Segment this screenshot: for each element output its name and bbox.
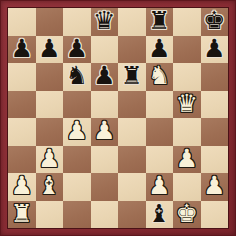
piece-white-pawn[interactable]: ♟ (11, 173, 33, 200)
square-a8[interactable] (8, 8, 36, 36)
square-d1[interactable] (91, 201, 119, 229)
square-b4[interactable] (36, 118, 64, 146)
square-g3[interactable]: ♟ (173, 146, 201, 174)
square-b8[interactable] (36, 8, 64, 36)
piece-white-pawn[interactable]: ♟ (66, 118, 88, 145)
board-frame: ♛♜♚♟♟♟♟♟♞♟♜♞♛♟♟♟♟♟♝♟♟♜♝♚ (0, 0, 236, 236)
square-e2[interactable] (118, 173, 146, 201)
piece-white-pawn[interactable]: ♟ (203, 173, 225, 200)
square-f2[interactable]: ♟ (146, 173, 174, 201)
square-d3[interactable] (91, 146, 119, 174)
square-f8[interactable]: ♜ (146, 8, 174, 36)
square-f1[interactable]: ♝ (146, 201, 174, 229)
piece-white-pawn[interactable]: ♟ (176, 146, 198, 173)
square-d7[interactable] (91, 36, 119, 64)
square-g4[interactable] (173, 118, 201, 146)
piece-black-king[interactable]: ♚ (203, 8, 225, 35)
square-h7[interactable]: ♟ (201, 36, 229, 64)
piece-white-rook[interactable]: ♜ (11, 201, 33, 228)
square-b6[interactable] (36, 63, 64, 91)
square-b2[interactable]: ♝ (36, 173, 64, 201)
square-b7[interactable]: ♟ (36, 36, 64, 64)
square-b1[interactable] (36, 201, 64, 229)
square-c7[interactable]: ♟ (63, 36, 91, 64)
square-d2[interactable] (91, 173, 119, 201)
square-e1[interactable] (118, 201, 146, 229)
square-a4[interactable] (8, 118, 36, 146)
piece-black-pawn[interactable]: ♟ (11, 36, 33, 63)
square-g7[interactable] (173, 36, 201, 64)
piece-white-king[interactable]: ♚ (176, 201, 198, 228)
piece-white-knight[interactable]: ♞ (148, 63, 170, 90)
square-c6[interactable]: ♞ (63, 63, 91, 91)
square-c2[interactable] (63, 173, 91, 201)
square-h1[interactable] (201, 201, 229, 229)
square-c1[interactable] (63, 201, 91, 229)
square-g1[interactable]: ♚ (173, 201, 201, 229)
piece-white-pawn[interactable]: ♟ (38, 146, 60, 173)
square-d6[interactable]: ♟ (91, 63, 119, 91)
square-d8[interactable]: ♛ (91, 8, 119, 36)
square-f6[interactable]: ♞ (146, 63, 174, 91)
square-h8[interactable]: ♚ (201, 8, 229, 36)
piece-black-knight[interactable]: ♞ (66, 63, 88, 90)
square-f4[interactable] (146, 118, 174, 146)
square-e4[interactable] (118, 118, 146, 146)
piece-black-rook[interactable]: ♜ (148, 8, 170, 35)
square-e5[interactable] (118, 91, 146, 119)
piece-white-pawn[interactable]: ♟ (148, 173, 170, 200)
piece-black-bishop[interactable]: ♝ (148, 201, 170, 228)
square-h2[interactable]: ♟ (201, 173, 229, 201)
chess-board: ♛♜♚♟♟♟♟♟♞♟♜♞♛♟♟♟♟♟♝♟♟♜♝♚ (8, 8, 228, 228)
square-a5[interactable] (8, 91, 36, 119)
square-a1[interactable]: ♜ (8, 201, 36, 229)
square-h3[interactable] (201, 146, 229, 174)
square-e8[interactable] (118, 8, 146, 36)
piece-black-pawn[interactable]: ♟ (203, 36, 225, 63)
square-f3[interactable] (146, 146, 174, 174)
square-f7[interactable]: ♟ (146, 36, 174, 64)
square-f5[interactable] (146, 91, 174, 119)
square-h5[interactable] (201, 91, 229, 119)
square-b3[interactable]: ♟ (36, 146, 64, 174)
piece-white-pawn[interactable]: ♟ (93, 118, 115, 145)
square-g2[interactable] (173, 173, 201, 201)
square-e3[interactable] (118, 146, 146, 174)
square-c5[interactable] (63, 91, 91, 119)
piece-black-pawn[interactable]: ♟ (93, 63, 115, 90)
square-a6[interactable] (8, 63, 36, 91)
square-g8[interactable] (173, 8, 201, 36)
square-c3[interactable] (63, 146, 91, 174)
piece-white-bishop[interactable]: ♝ (38, 173, 60, 200)
piece-black-pawn[interactable]: ♟ (38, 36, 60, 63)
square-d4[interactable]: ♟ (91, 118, 119, 146)
square-b5[interactable] (36, 91, 64, 119)
piece-black-pawn[interactable]: ♟ (148, 36, 170, 63)
piece-black-queen[interactable]: ♛ (93, 8, 115, 35)
piece-white-queen[interactable]: ♛ (176, 91, 198, 118)
square-h4[interactable] (201, 118, 229, 146)
square-g5[interactable]: ♛ (173, 91, 201, 119)
square-e7[interactable] (118, 36, 146, 64)
piece-black-rook[interactable]: ♜ (121, 63, 143, 90)
square-d5[interactable] (91, 91, 119, 119)
square-a2[interactable]: ♟ (8, 173, 36, 201)
square-a7[interactable]: ♟ (8, 36, 36, 64)
square-c8[interactable] (63, 8, 91, 36)
square-e6[interactable]: ♜ (118, 63, 146, 91)
square-g6[interactable] (173, 63, 201, 91)
square-h6[interactable] (201, 63, 229, 91)
square-a3[interactable] (8, 146, 36, 174)
piece-black-pawn[interactable]: ♟ (66, 36, 88, 63)
square-c4[interactable]: ♟ (63, 118, 91, 146)
